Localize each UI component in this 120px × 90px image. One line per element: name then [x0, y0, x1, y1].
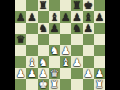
black-pawn[interactable]: ♟ [50, 23, 59, 33]
black-pawn[interactable]: ♟ [27, 11, 36, 21]
black-pawn[interactable]: ♟ [83, 23, 92, 33]
square-b5[interactable] [26, 34, 37, 45]
square-e8[interactable] [60, 0, 71, 11]
white-rook[interactable]: ♜ [95, 79, 104, 89]
app-background: ♜♜♚♟♟♝♟♟♝♟♞♟♞♟♛♞♟♝♞♝♟♟♟♟♛♟♟♚♜♜ [0, 0, 120, 90]
square-f6[interactable]: ♞ [71, 23, 82, 34]
square-c1[interactable]: ♚ [38, 79, 49, 90]
black-king[interactable]: ♚ [83, 0, 92, 10]
square-h7[interactable]: ♟ [94, 11, 105, 22]
square-d8[interactable] [49, 0, 60, 11]
white-knight[interactable]: ♞ [38, 56, 47, 66]
square-b1[interactable] [26, 79, 37, 90]
square-h2[interactable]: ♟ [94, 68, 105, 79]
black-pawn[interactable]: ♟ [61, 11, 70, 21]
white-queen[interactable]: ♛ [50, 68, 59, 78]
square-c8[interactable]: ♜ [38, 0, 49, 11]
black-rook[interactable]: ♜ [72, 0, 81, 10]
square-b8[interactable] [26, 0, 37, 11]
square-c5[interactable] [38, 34, 49, 45]
square-h8[interactable] [94, 0, 105, 11]
black-pawn[interactable]: ♟ [16, 11, 25, 21]
square-a4[interactable] [15, 45, 26, 56]
square-b7[interactable]: ♟ [26, 11, 37, 22]
square-h4[interactable] [94, 45, 105, 56]
square-e2[interactable] [60, 68, 71, 79]
square-b4[interactable] [26, 45, 37, 56]
square-c4[interactable] [38, 45, 49, 56]
square-f4[interactable] [71, 45, 82, 56]
white-king[interactable]: ♚ [38, 79, 47, 89]
square-f1[interactable] [71, 79, 82, 90]
square-f5[interactable] [71, 34, 82, 45]
square-c7[interactable] [38, 11, 49, 22]
square-d1[interactable]: ♜ [49, 79, 60, 90]
white-pawn[interactable]: ♟ [95, 68, 104, 78]
square-e6[interactable] [60, 23, 71, 34]
white-knight[interactable]: ♞ [50, 45, 59, 55]
chess-board: ♜♜♚♟♟♝♟♟♝♟♞♟♞♟♛♞♟♝♞♝♟♟♟♟♛♟♟♚♜♜ [15, 0, 105, 90]
square-g5[interactable] [83, 34, 94, 45]
square-f8[interactable]: ♜ [71, 0, 82, 11]
square-a2[interactable]: ♟ [15, 68, 26, 79]
square-g1[interactable] [83, 79, 94, 90]
square-e4[interactable]: ♟ [60, 45, 71, 56]
square-a5[interactable]: ♛ [15, 34, 26, 45]
square-h1[interactable]: ♜ [94, 79, 105, 90]
black-knight[interactable]: ♞ [38, 23, 47, 33]
square-g8[interactable]: ♚ [83, 0, 94, 11]
square-f3[interactable]: ♟ [71, 56, 82, 67]
black-knight[interactable]: ♞ [72, 23, 81, 33]
white-pawn[interactable]: ♟ [27, 68, 36, 78]
square-g2[interactable]: ♟ [83, 68, 94, 79]
square-a7[interactable]: ♟ [15, 11, 26, 22]
square-e3[interactable]: ♝ [60, 56, 71, 67]
black-pawn[interactable]: ♟ [95, 11, 104, 21]
square-h5[interactable] [94, 34, 105, 45]
square-e7[interactable]: ♟ [60, 11, 71, 22]
black-bishop[interactable]: ♝ [50, 11, 59, 21]
square-f7[interactable]: ♟ [71, 11, 82, 22]
square-a3[interactable] [15, 56, 26, 67]
black-pawn[interactable]: ♟ [72, 11, 81, 21]
white-pawn[interactable]: ♟ [83, 68, 92, 78]
square-g3[interactable] [83, 56, 94, 67]
square-f2[interactable] [71, 68, 82, 79]
square-h6[interactable] [94, 23, 105, 34]
square-d6[interactable]: ♟ [49, 23, 60, 34]
white-rook[interactable]: ♜ [50, 79, 59, 89]
square-b6[interactable] [26, 23, 37, 34]
square-g7[interactable]: ♝ [83, 11, 94, 22]
square-d7[interactable]: ♝ [49, 11, 60, 22]
white-pawn[interactable]: ♟ [38, 68, 47, 78]
white-bishop[interactable]: ♝ [61, 56, 70, 66]
square-h3[interactable] [94, 56, 105, 67]
square-e5[interactable] [60, 34, 71, 45]
black-bishop[interactable]: ♝ [83, 11, 92, 21]
square-e1[interactable] [60, 79, 71, 90]
square-c3[interactable]: ♞ [38, 56, 49, 67]
square-d5[interactable] [49, 34, 60, 45]
square-d4[interactable]: ♞ [49, 45, 60, 56]
square-a6[interactable] [15, 23, 26, 34]
square-a1[interactable] [15, 79, 26, 90]
square-b3[interactable]: ♝ [26, 56, 37, 67]
white-pawn[interactable]: ♟ [61, 45, 70, 55]
square-d3[interactable] [49, 56, 60, 67]
black-queen[interactable]: ♛ [16, 34, 25, 44]
square-a8[interactable] [15, 0, 26, 11]
square-g6[interactable]: ♟ [83, 23, 94, 34]
square-c2[interactable]: ♟ [38, 68, 49, 79]
white-pawn[interactable]: ♟ [16, 68, 25, 78]
square-c6[interactable]: ♞ [38, 23, 49, 34]
white-pawn[interactable]: ♟ [72, 56, 81, 66]
square-b2[interactable]: ♟ [26, 68, 37, 79]
square-g4[interactable] [83, 45, 94, 56]
square-d2[interactable]: ♛ [49, 68, 60, 79]
black-rook[interactable]: ♜ [38, 0, 47, 10]
white-bishop[interactable]: ♝ [27, 56, 36, 66]
